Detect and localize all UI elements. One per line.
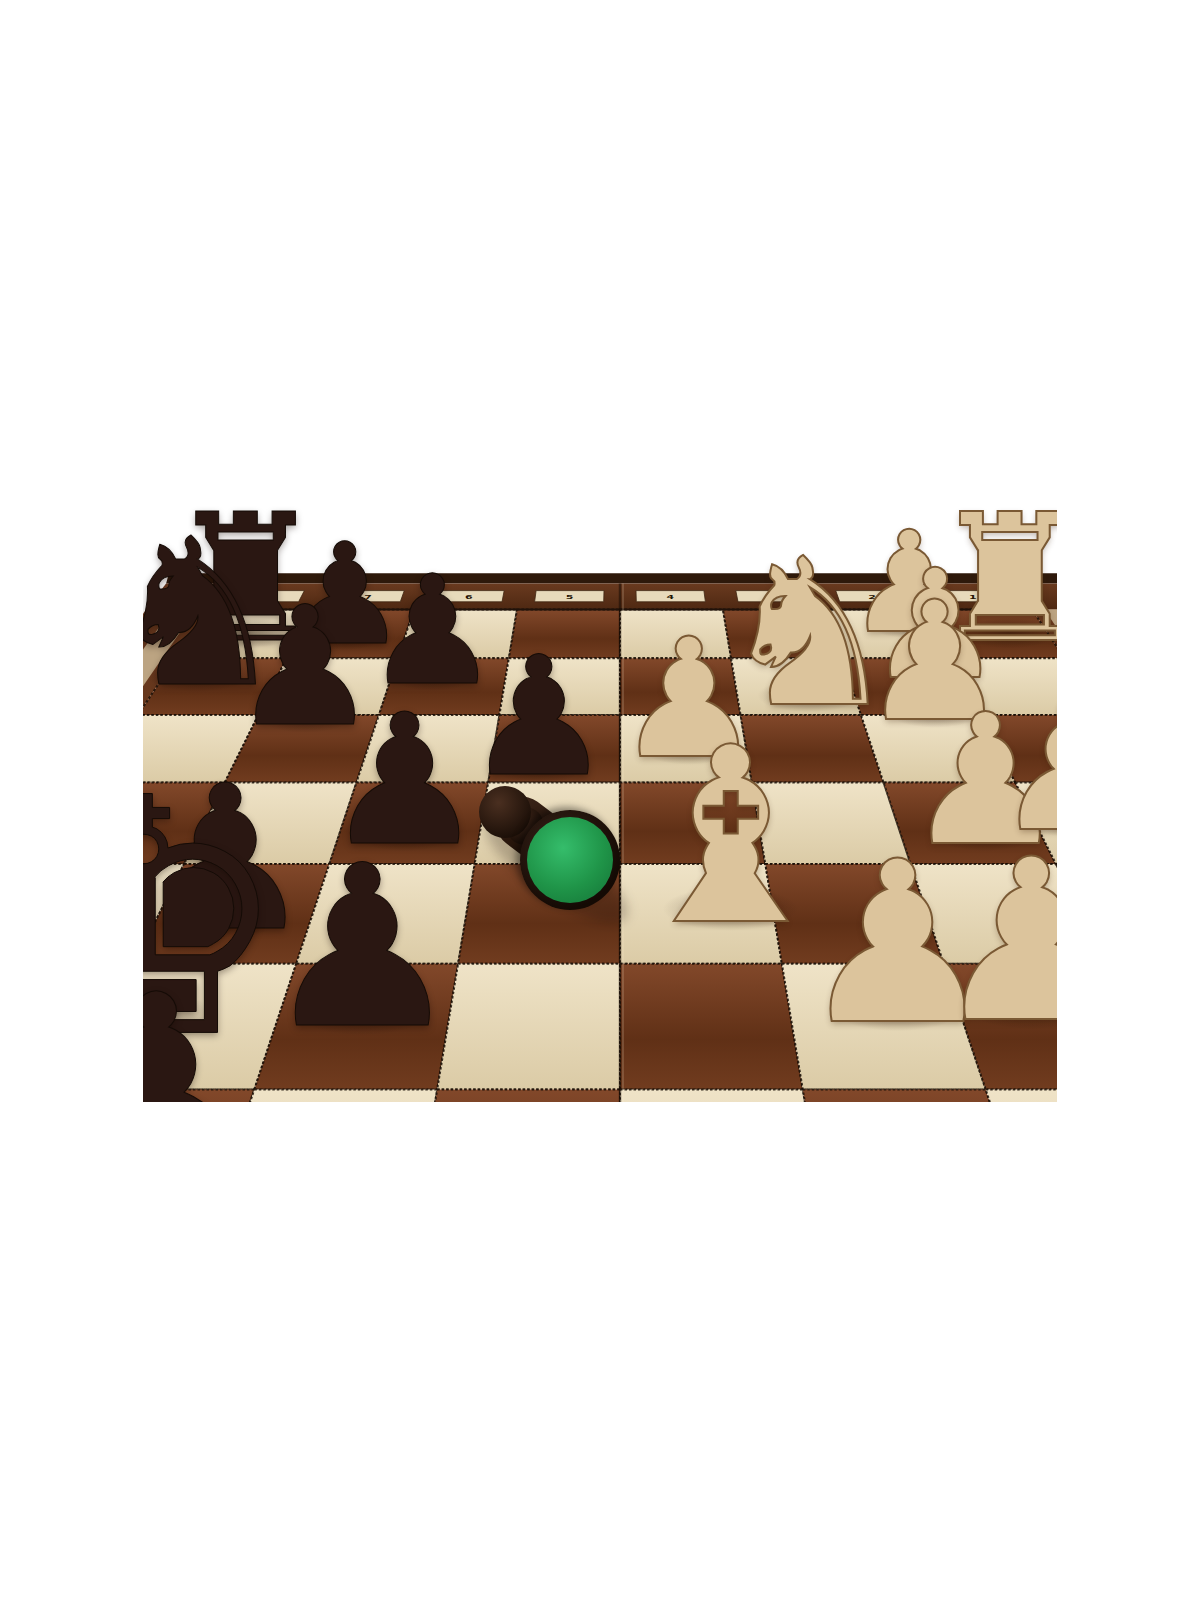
fallen-queen-head: [479, 786, 531, 838]
black-pawn-piece: ♟: [143, 961, 271, 1102]
product-photo-page: 87654321 ♜♟♟♜♞♟♞♟♟♟♟♟♟♟♟♟♝♟♚♟♟♟: [0, 0, 1200, 1600]
chessboard-photo: 87654321 ♜♟♟♜♞♟♞♟♟♟♟♟♟♟♟♟♝♟♚♟♟♟: [143, 470, 1057, 1102]
white-pawn-piece: ♟: [931, 830, 1057, 1054]
pieces-layer: ♜♟♟♜♞♟♞♟♟♟♟♟♟♟♟♟♝♟♚♟♟♟: [143, 470, 1057, 1102]
black-pawn-piece: ♟: [262, 836, 463, 1060]
green-felt-base: [527, 817, 613, 903]
